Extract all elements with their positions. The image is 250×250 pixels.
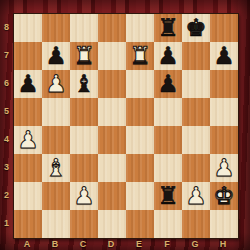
file-label-d: D (97, 237, 125, 250)
square-c4[interactable] (70, 126, 98, 154)
square-f8[interactable]: ♜ (154, 14, 182, 42)
square-d8[interactable] (98, 14, 126, 42)
piece-white-pawn-g2[interactable]: ♟ (182, 182, 210, 210)
square-g6[interactable] (182, 70, 210, 98)
rank-label-5: 5 (0, 97, 13, 125)
board[interactable]: ♜♚♟♜♜♟♟♟♟♝♟♟♝♟♟♜♟♚ (13, 13, 239, 239)
file-label-e: E (125, 237, 153, 250)
rank-label-6: 6 (0, 69, 13, 97)
file-label-f: F (153, 237, 181, 250)
square-e4[interactable] (126, 126, 154, 154)
square-d5[interactable] (98, 98, 126, 126)
square-g8[interactable]: ♚ (182, 14, 210, 42)
square-b3[interactable]: ♝ (42, 154, 70, 182)
file-label-a: A (13, 237, 41, 250)
square-e3[interactable] (126, 154, 154, 182)
square-h5[interactable] (210, 98, 238, 126)
square-g5[interactable] (182, 98, 210, 126)
square-d3[interactable] (98, 154, 126, 182)
square-g1[interactable] (182, 210, 210, 238)
square-e2[interactable] (126, 182, 154, 210)
piece-black-king-g8[interactable]: ♚ (182, 14, 210, 42)
square-b6[interactable]: ♟ (42, 70, 70, 98)
rank-label-8: 8 (0, 13, 13, 41)
square-a5[interactable] (14, 98, 42, 126)
piece-black-bishop-c6[interactable]: ♝ (70, 70, 98, 98)
square-h8[interactable] (210, 14, 238, 42)
square-f2[interactable]: ♜ (154, 182, 182, 210)
square-d1[interactable] (98, 210, 126, 238)
square-e8[interactable] (126, 14, 154, 42)
square-d4[interactable] (98, 126, 126, 154)
square-h2[interactable]: ♚ (210, 182, 238, 210)
square-b7[interactable]: ♟ (42, 42, 70, 70)
square-a4[interactable]: ♟ (14, 126, 42, 154)
square-g3[interactable] (182, 154, 210, 182)
square-c8[interactable] (70, 14, 98, 42)
rank-label-3: 3 (0, 153, 13, 181)
piece-white-pawn-b6[interactable]: ♟ (42, 70, 70, 98)
rank-labels: 87654321 (0, 13, 13, 237)
file-label-h: H (209, 237, 237, 250)
piece-black-pawn-a6[interactable]: ♟ (14, 70, 42, 98)
square-e6[interactable] (126, 70, 154, 98)
square-b2[interactable] (42, 182, 70, 210)
square-f7[interactable]: ♟ (154, 42, 182, 70)
square-h7[interactable]: ♟ (210, 42, 238, 70)
piece-white-pawn-h3[interactable]: ♟ (210, 154, 238, 182)
square-c2[interactable]: ♟ (70, 182, 98, 210)
square-b1[interactable] (42, 210, 70, 238)
piece-black-rook-f2[interactable]: ♜ (154, 182, 182, 210)
rank-label-1: 1 (0, 209, 13, 237)
file-labels: ABCDEFGH (13, 237, 237, 250)
square-b5[interactable] (42, 98, 70, 126)
square-a8[interactable] (14, 14, 42, 42)
square-a2[interactable] (14, 182, 42, 210)
piece-black-pawn-b7[interactable]: ♟ (42, 42, 70, 70)
piece-black-rook-f8[interactable]: ♜ (154, 14, 182, 42)
square-h1[interactable] (210, 210, 238, 238)
piece-white-pawn-a4[interactable]: ♟ (14, 126, 42, 154)
file-label-b: B (41, 237, 69, 250)
piece-white-pawn-c2[interactable]: ♟ (70, 182, 98, 210)
file-label-g: G (181, 237, 209, 250)
square-a7[interactable] (14, 42, 42, 70)
square-f1[interactable] (154, 210, 182, 238)
square-f6[interactable]: ♟ (154, 70, 182, 98)
rank-label-2: 2 (0, 181, 13, 209)
piece-white-king-h2[interactable]: ♚ (210, 182, 238, 210)
square-e5[interactable] (126, 98, 154, 126)
square-d2[interactable] (98, 182, 126, 210)
square-c6[interactable]: ♝ (70, 70, 98, 98)
square-g4[interactable] (182, 126, 210, 154)
square-b8[interactable] (42, 14, 70, 42)
square-c7[interactable]: ♜ (70, 42, 98, 70)
piece-white-rook-c7[interactable]: ♜ (70, 42, 98, 70)
square-a3[interactable] (14, 154, 42, 182)
square-f5[interactable] (154, 98, 182, 126)
square-e7[interactable]: ♜ (126, 42, 154, 70)
square-c5[interactable] (70, 98, 98, 126)
chessboard-app: 87654321 ♜♚♟♜♜♟♟♟♟♝♟♟♝♟♟♜♟♚ ABCDEFGH (0, 0, 250, 250)
square-h4[interactable] (210, 126, 238, 154)
square-d6[interactable] (98, 70, 126, 98)
file-label-c: C (69, 237, 97, 250)
piece-white-rook-e7[interactable]: ♜ (126, 42, 154, 70)
piece-black-pawn-f7[interactable]: ♟ (154, 42, 182, 70)
rank-label-7: 7 (0, 41, 13, 69)
square-h3[interactable]: ♟ (210, 154, 238, 182)
square-f4[interactable] (154, 126, 182, 154)
square-f3[interactable] (154, 154, 182, 182)
square-h6[interactable] (210, 70, 238, 98)
square-c3[interactable] (70, 154, 98, 182)
rank-label-4: 4 (0, 125, 13, 153)
square-a6[interactable]: ♟ (14, 70, 42, 98)
square-c1[interactable] (70, 210, 98, 238)
square-g2[interactable]: ♟ (182, 182, 210, 210)
square-e1[interactable] (126, 210, 154, 238)
square-a1[interactable] (14, 210, 42, 238)
piece-white-bishop-b3[interactable]: ♝ (42, 154, 70, 182)
square-g7[interactable] (182, 42, 210, 70)
piece-black-pawn-h7[interactable]: ♟ (210, 42, 238, 70)
square-d7[interactable] (98, 42, 126, 70)
square-b4[interactable] (42, 126, 70, 154)
piece-black-pawn-f6[interactable]: ♟ (154, 70, 182, 98)
